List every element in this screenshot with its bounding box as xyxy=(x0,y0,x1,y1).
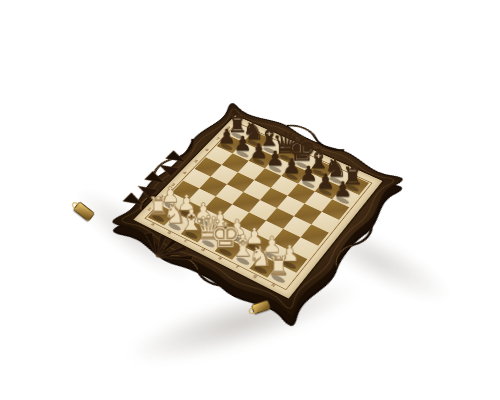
piece-shadow xyxy=(252,157,267,166)
square-b6 xyxy=(222,153,249,172)
piece-shadow xyxy=(295,161,310,170)
wave-carving xyxy=(149,137,197,181)
square-e6 xyxy=(271,176,298,196)
piece-black-knight-b8: ♞ xyxy=(242,118,264,143)
square-f8 xyxy=(308,160,335,179)
square-d6 xyxy=(254,168,281,188)
piece-black-pawn-b7: ♟ xyxy=(234,134,252,154)
piece-black-pawn-f7: ♟ xyxy=(299,164,318,185)
stage: abcdefgh12345678 ♜♞♝♛♚♝♞♜♟♟♟♟♟♟♟♟♟♟♟♟♟♟♟… xyxy=(0,0,500,400)
square-e8 xyxy=(292,153,319,172)
square-b5 xyxy=(211,165,238,184)
coord-file-a: a xyxy=(150,222,156,227)
square-b4 xyxy=(199,177,227,197)
piece-shadow xyxy=(301,180,316,189)
piece-black-king-e8: ♚ xyxy=(287,132,317,165)
board-coordinates: abcdefgh12345678 xyxy=(235,115,382,181)
piece-shadow xyxy=(318,188,333,197)
square-c6 xyxy=(238,161,265,180)
square-f7 xyxy=(298,172,325,192)
piece-shadow xyxy=(268,165,283,174)
piece-shadow xyxy=(278,154,293,163)
piece-black-rook-a8: ♜ xyxy=(227,113,247,136)
piece-shadow xyxy=(246,139,260,147)
coord-file-h: h xyxy=(270,283,276,288)
square-d5 xyxy=(243,180,270,200)
piece-shadow xyxy=(262,146,276,155)
piece-black-bishop-f8: ♝ xyxy=(306,145,331,172)
coord-file-g: g xyxy=(252,274,258,279)
scene: abcdefgh12345678 ♜♞♝♛♚♝♞♜♟♟♟♟♟♟♟♟♟♟♟♟♟♟♟… xyxy=(0,0,500,400)
piece-black-pawn-c7: ♟ xyxy=(250,141,268,161)
square-d8 xyxy=(275,145,302,164)
square-b8 xyxy=(243,131,269,149)
piece-shadow xyxy=(220,143,234,151)
square-c7 xyxy=(249,149,276,168)
piece-black-pawn-e7: ♟ xyxy=(283,156,301,177)
piece-black-queen-d8: ♛ xyxy=(272,128,299,158)
case-top: abcdefgh12345678 ♜♞♝♛♚♝♞♜♟♟♟♟♟♟♟♟♟♟♟♟♟♟♟… xyxy=(90,90,422,336)
square-b7 xyxy=(233,142,260,161)
piece-black-bishop-c8: ♝ xyxy=(257,124,281,151)
piece-shadow xyxy=(235,150,249,159)
square-d7 xyxy=(265,157,292,176)
coord-rank-4: 4 xyxy=(182,171,188,175)
coord-rank-5: 5 xyxy=(193,159,199,163)
piece-black-pawn-d7: ♟ xyxy=(266,149,284,169)
piece-white-rook-h1: ♜ xyxy=(267,253,290,279)
coord-rank-7: 7 xyxy=(215,137,220,141)
square-c5 xyxy=(227,172,254,192)
coord-rank-6: 6 xyxy=(204,148,209,152)
coord-file-d: d xyxy=(200,247,206,252)
wave-carving xyxy=(285,122,346,153)
product-photo: abcdefgh12345678 ♜♞♝♛♚♝♞♜♟♟♟♟♟♟♟♟♟♟♟♟♟♟♟… xyxy=(0,0,500,400)
square-e7 xyxy=(281,164,308,183)
piece-black-pawn-h7: ♟ xyxy=(333,179,352,200)
piece-shadow xyxy=(311,168,326,177)
coord-file-c: c xyxy=(183,239,189,244)
piece-black-pawn-g7: ♟ xyxy=(316,172,335,193)
piece-shadow xyxy=(230,132,244,140)
scroll-carving xyxy=(228,122,256,143)
coord-file-b: b xyxy=(166,230,172,235)
square-c8 xyxy=(259,138,285,157)
coord-rank-8: 8 xyxy=(226,126,231,130)
piece-shadow xyxy=(284,173,299,182)
